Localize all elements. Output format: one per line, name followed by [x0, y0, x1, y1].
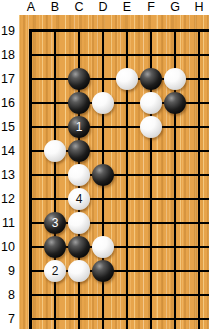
stone-black-B11[interactable]: 3 — [44, 212, 66, 234]
stone-black-G16[interactable] — [164, 92, 186, 114]
col-label-G: G — [166, 0, 184, 15]
stone-white-G17[interactable] — [164, 68, 186, 90]
stone-white-E17[interactable] — [116, 68, 138, 90]
stone-white-F15[interactable] — [140, 116, 162, 138]
stone-white-D16[interactable] — [92, 92, 114, 114]
stone-white-C9[interactable] — [68, 260, 90, 282]
col-label-A: A — [22, 0, 40, 15]
row-label-10: 10 — [0, 239, 15, 255]
row-label-8: 8 — [0, 287, 15, 303]
row-label-9: 9 — [0, 263, 15, 279]
grid-vline-A — [29, 30, 32, 329]
row-label-7: 7 — [0, 311, 15, 327]
move-number-3: 3 — [52, 212, 59, 234]
stone-black-C10[interactable] — [68, 236, 90, 258]
stone-black-D9[interactable] — [92, 260, 114, 282]
row-label-16: 16 — [0, 95, 15, 111]
grid-hline-15 — [29, 126, 209, 128]
stone-black-C17[interactable] — [68, 68, 90, 90]
grid-vline-H — [198, 30, 200, 329]
stone-white-C11[interactable] — [68, 212, 90, 234]
goban[interactable] — [19, 15, 209, 329]
move-number-4: 4 — [76, 188, 83, 210]
grid-vline-B — [54, 30, 56, 329]
move-number-2: 2 — [52, 260, 59, 282]
stone-black-C15[interactable]: 1 — [68, 116, 90, 138]
row-label-12: 12 — [0, 191, 15, 207]
stone-black-B10[interactable] — [44, 236, 66, 258]
row-label-11: 11 — [0, 215, 15, 231]
row-label-19: 19 — [0, 23, 15, 39]
stone-white-C12[interactable]: 4 — [68, 188, 90, 210]
col-label-B: B — [46, 0, 64, 15]
grid-hline-12 — [29, 198, 209, 200]
stone-black-D13[interactable] — [92, 164, 114, 186]
stone-white-D10[interactable] — [92, 236, 114, 258]
col-label-F: F — [142, 0, 160, 15]
stone-black-C14[interactable] — [68, 140, 90, 162]
stone-white-B14[interactable] — [44, 140, 66, 162]
stone-black-C16[interactable] — [68, 92, 90, 114]
stone-black-F17[interactable] — [140, 68, 162, 90]
stone-white-B9[interactable]: 2 — [44, 260, 66, 282]
row-label-17: 17 — [0, 71, 15, 87]
grid-hline-8 — [29, 294, 209, 296]
grid-hline-18 — [29, 54, 209, 56]
grid-hline-7 — [29, 318, 209, 320]
stone-white-F16[interactable] — [140, 92, 162, 114]
col-label-C: C — [70, 0, 88, 15]
row-label-14: 14 — [0, 143, 15, 159]
grid-hline-13 — [29, 174, 209, 176]
row-label-18: 18 — [0, 47, 15, 63]
go-diagram: ABCDEFGH191817161514131211109871342 — [0, 0, 209, 329]
row-label-13: 13 — [0, 167, 15, 183]
col-label-D: D — [94, 0, 112, 15]
move-number-1: 1 — [76, 116, 83, 138]
col-label-E: E — [118, 0, 136, 15]
grid-hline-19 — [29, 29, 209, 32]
stone-white-C13[interactable] — [68, 164, 90, 186]
row-label-15: 15 — [0, 119, 15, 135]
col-label-H: H — [190, 0, 208, 15]
